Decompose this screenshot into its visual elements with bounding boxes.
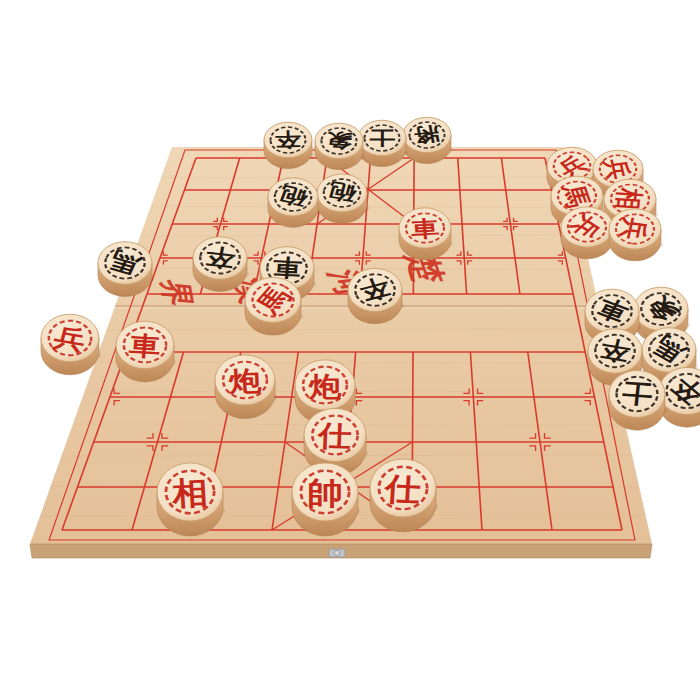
svg-text:炮: 炮 (308, 371, 343, 401)
svg-text:兵: 兵 (617, 215, 652, 241)
piece-red-bing[interactable]: 兵 (609, 209, 663, 261)
svg-text:卒: 卒 (203, 243, 236, 271)
svg-text:相: 相 (613, 186, 646, 210)
piece-red-ju[interactable]: 車 (116, 321, 176, 382)
piece-red-ma[interactable]: 馬 (245, 277, 304, 335)
piece-black-shi[interactable]: 士 (609, 370, 667, 430)
scene-svg: 楚河漢界將士卒象兵兵砲馬砲相兵車兵卒馬車卒馬象車兵車馬卒炮炮卒士仕仕相帥 (0, 0, 700, 700)
svg-text:車: 車 (271, 254, 302, 281)
svg-text:相: 相 (170, 475, 209, 511)
svg-text:仕: 仕 (382, 471, 422, 507)
piece-black-shi[interactable]: 士 (358, 120, 408, 166)
piece-red-xiang[interactable]: 相 (157, 463, 225, 536)
svg-text:仕: 仕 (315, 419, 352, 452)
svg-text:帥: 帥 (307, 476, 343, 511)
svg-text:炮: 炮 (227, 366, 263, 397)
svg-text:卒: 卒 (274, 128, 301, 151)
svg-text:將: 將 (412, 122, 443, 146)
svg-text:車: 車 (127, 331, 162, 362)
piece-black-jiang[interactable]: 將 (403, 117, 453, 163)
piece-black-pao[interactable]: 砲 (268, 178, 320, 227)
piece-red-bing[interactable]: 兵 (560, 206, 615, 259)
svg-text:車: 車 (409, 216, 440, 241)
piece-red-bing[interactable]: 兵 (41, 314, 101, 375)
piece-red-ju[interactable]: 車 (399, 208, 453, 260)
piece-red-pao[interactable]: 炮 (215, 355, 277, 419)
xiangqi-product-photo: 楚河漢界將士卒象兵兵砲馬砲相兵車兵卒馬車卒馬象車兵車馬卒炮炮卒士仕仕相帥 (0, 0, 700, 700)
svg-text:兵: 兵 (600, 157, 634, 181)
hinge (329, 549, 345, 557)
piece-red-shuai[interactable]: 帥 (292, 463, 360, 536)
svg-text:士: 士 (369, 127, 396, 148)
piece-black-ma[interactable]: 馬 (98, 242, 154, 297)
svg-text:象: 象 (325, 129, 355, 152)
piece-red-shi[interactable]: 仕 (370, 459, 438, 532)
piece-black-xiang[interactable]: 象 (315, 123, 365, 169)
piece-black-zu[interactable]: 卒 (348, 268, 404, 323)
svg-text:士: 士 (621, 378, 654, 408)
piece-black-pao[interactable]: 砲 (317, 174, 369, 223)
piece-black-zu[interactable]: 卒 (264, 122, 314, 168)
piece-black-zu[interactable]: 卒 (193, 237, 249, 292)
